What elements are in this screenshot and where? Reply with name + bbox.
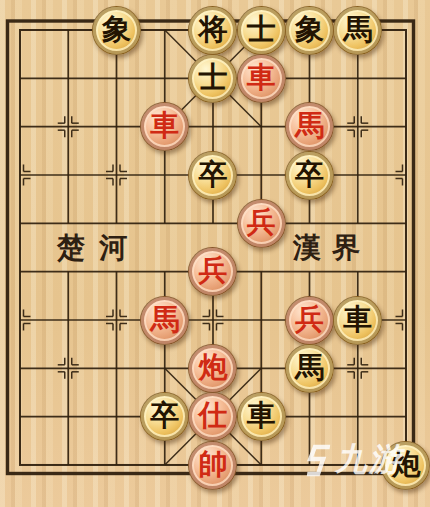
piece-black-chariot[interactable]: 車 (333, 296, 382, 345)
piece-black-horse[interactable]: 馬 (285, 344, 334, 393)
piece-glyph: 士 (247, 15, 276, 44)
piece-black-horse[interactable]: 馬 (333, 6, 382, 55)
piece-glyph: 士 (198, 63, 227, 92)
piece-glyph: 馬 (295, 111, 324, 140)
piece-glyph: 兵 (295, 305, 324, 334)
piece-red-soldier[interactable]: 兵 (237, 199, 286, 248)
piece-glyph: 卒 (150, 401, 179, 430)
piece-red-cannon[interactable]: 炮 (188, 344, 237, 393)
piece-black-elephant[interactable]: 象 (285, 6, 334, 55)
piece-glyph: 馬 (343, 15, 372, 44)
piece-red-chariot[interactable]: 車 (237, 54, 286, 103)
piece-black-advisor[interactable]: 士 (237, 6, 286, 55)
piece-glyph: 車 (247, 401, 276, 430)
piece-glyph: 車 (150, 111, 179, 140)
piece-red-chariot[interactable]: 車 (140, 102, 189, 151)
piece-red-horse[interactable]: 馬 (140, 296, 189, 345)
piece-glyph: 炮 (198, 353, 227, 382)
piece-black-chariot[interactable]: 車 (237, 392, 286, 441)
piece-red-soldier[interactable]: 兵 (188, 247, 237, 296)
piece-black-advisor[interactable]: 士 (188, 54, 237, 103)
piece-black-cannon[interactable]: 炮 (381, 441, 430, 490)
piece-red-horse[interactable]: 馬 (285, 102, 334, 151)
piece-red-advisor[interactable]: 仕 (188, 392, 237, 441)
piece-glyph: 車 (247, 63, 276, 92)
piece-glyph: 馬 (295, 353, 324, 382)
piece-red-soldier[interactable]: 兵 (285, 296, 334, 345)
piece-black-soldier[interactable]: 卒 (188, 151, 237, 200)
piece-glyph: 卒 (198, 160, 227, 189)
piece-glyph: 兵 (247, 208, 276, 237)
xiangqi-board: 楚河 漢界 象将士象馬士車車馬卒卒兵兵馬兵車炮馬卒仕車帥炮 九游 (0, 0, 430, 507)
piece-black-soldier[interactable]: 卒 (285, 151, 334, 200)
piece-glyph: 象 (295, 15, 324, 44)
piece-glyph: 仕 (198, 401, 227, 430)
piece-black-soldier[interactable]: 卒 (140, 392, 189, 441)
piece-glyph: 車 (343, 305, 372, 334)
piece-glyph: 馬 (150, 305, 179, 334)
piece-glyph: 象 (102, 15, 131, 44)
piece-glyph: 炮 (391, 450, 420, 479)
piece-glyph: 兵 (198, 256, 227, 285)
piece-glyph: 帥 (198, 450, 227, 479)
piece-red-general[interactable]: 帥 (188, 441, 237, 490)
piece-black-general[interactable]: 将 (188, 6, 237, 55)
piece-layer: 象将士象馬士車車馬卒卒兵兵馬兵車炮馬卒仕車帥炮 (0, 6, 430, 489)
piece-glyph: 卒 (295, 160, 324, 189)
piece-black-elephant[interactable]: 象 (92, 6, 141, 55)
piece-glyph: 将 (198, 15, 227, 44)
